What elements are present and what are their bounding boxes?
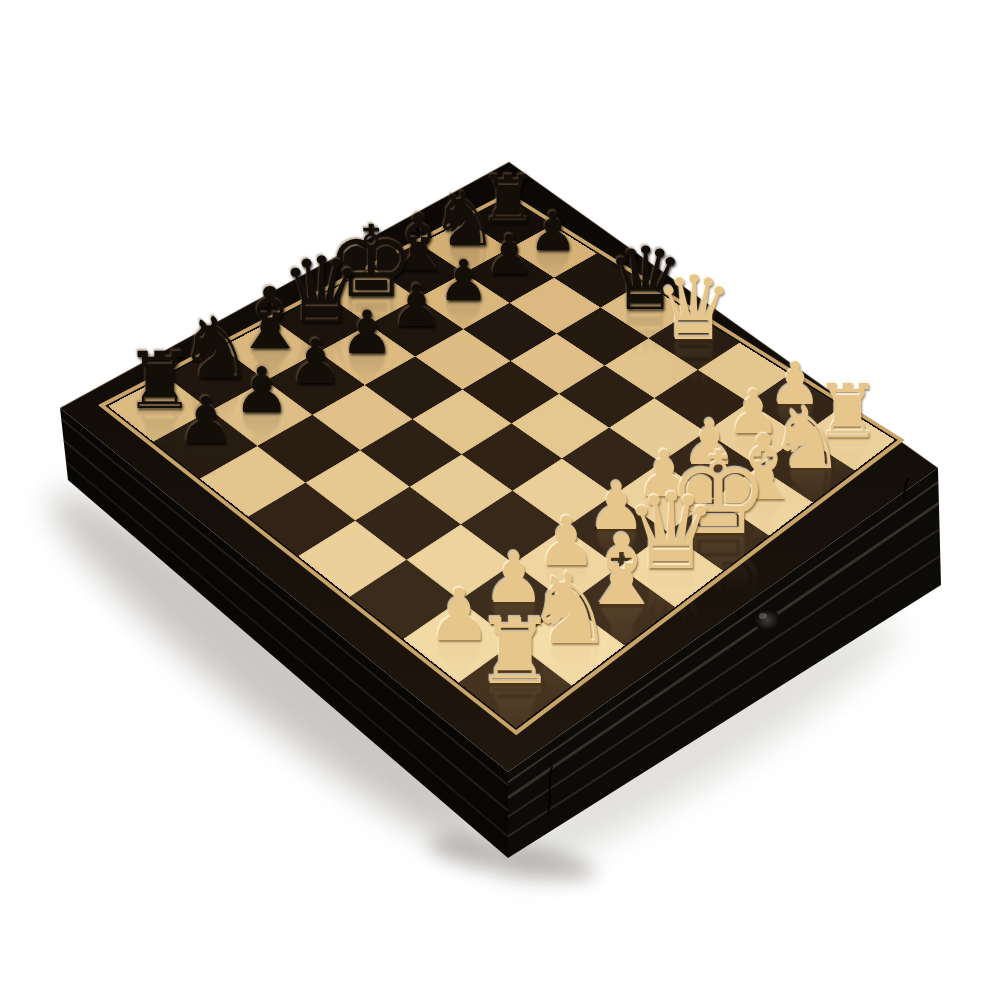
- drawer-knob-highlight: [759, 613, 767, 619]
- drawer-knob: [754, 609, 780, 631]
- chess-set-product-photo: ♜♜♞♞♝♝♛♛♚♚♝♝♞♞♜♜♟♟♟♟♟♟♟♟♟♟♟♟♟♟♟♟♛♛♛♛♟♟♟♟…: [0, 0, 1000, 1000]
